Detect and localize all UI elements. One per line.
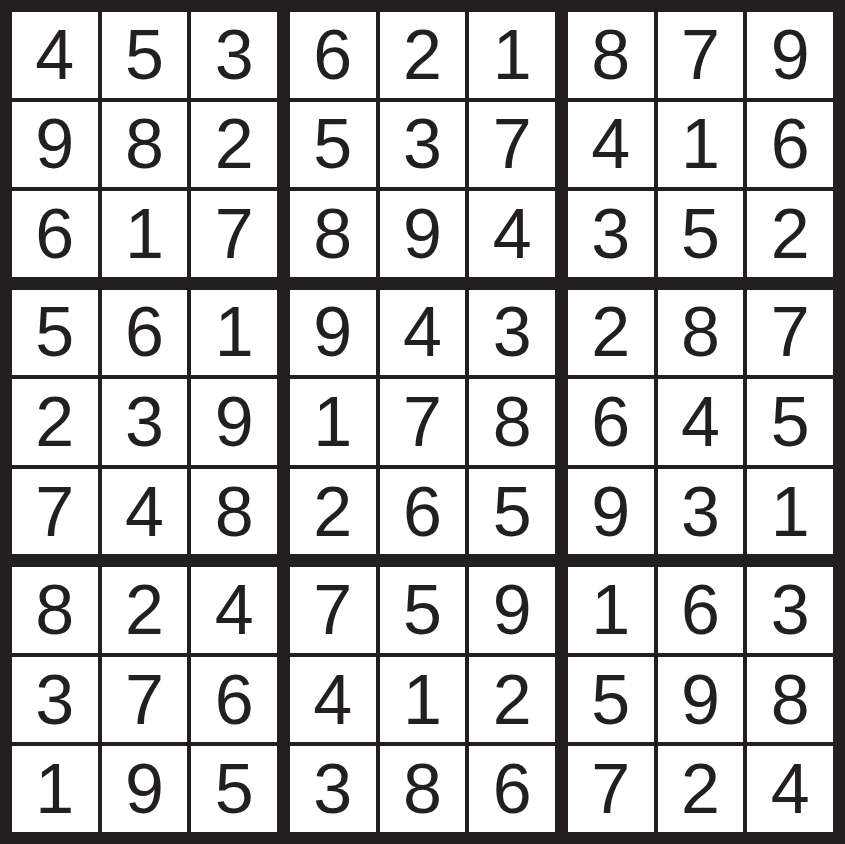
sudoku-cell-r5c3[interactable]: 9	[191, 379, 277, 465]
sudoku-cell-r3c5[interactable]: 9	[380, 191, 466, 277]
sudoku-cell-r3c4[interactable]: 8	[290, 191, 376, 277]
sudoku-cell-r2c1[interactable]: 9	[12, 102, 98, 188]
sudoku-cell-r8c5[interactable]: 1	[380, 657, 466, 743]
sudoku-cell-r7c5[interactable]: 5	[380, 567, 466, 653]
sudoku-cell-r9c4[interactable]: 3	[290, 746, 376, 832]
sudoku-cell-r3c2[interactable]: 1	[102, 191, 188, 277]
sudoku-cell-r2c4[interactable]: 5	[290, 102, 376, 188]
sudoku-cell-r1c8[interactable]: 7	[658, 12, 744, 98]
sudoku-cell-r4c6[interactable]: 3	[469, 290, 555, 376]
sudoku-cell-r2c8[interactable]: 1	[658, 102, 744, 188]
sudoku-cell-r4c4[interactable]: 9	[290, 290, 376, 376]
sudoku-cell-r9c3[interactable]: 5	[191, 746, 277, 832]
sudoku-cell-r2c2[interactable]: 8	[102, 102, 188, 188]
sudoku-cell-r6c2[interactable]: 4	[102, 469, 188, 555]
sudoku-cell-r2c3[interactable]: 2	[191, 102, 277, 188]
sudoku-cell-r5c4[interactable]: 1	[290, 379, 376, 465]
sudoku-cell-r1c2[interactable]: 5	[102, 12, 188, 98]
sudoku-cell-r4c8[interactable]: 8	[658, 290, 744, 376]
sudoku-cell-r2c9[interactable]: 6	[747, 102, 833, 188]
sudoku-cell-r4c2[interactable]: 6	[102, 290, 188, 376]
sudoku-cell-r4c1[interactable]: 5	[12, 290, 98, 376]
sudoku-cell-r7c1[interactable]: 8	[12, 567, 98, 653]
sudoku-cell-r9c5[interactable]: 8	[380, 746, 466, 832]
sudoku-cell-r5c9[interactable]: 5	[747, 379, 833, 465]
sudoku-cell-r9c2[interactable]: 9	[102, 746, 188, 832]
sudoku-cell-r8c1[interactable]: 3	[12, 657, 98, 743]
sudoku-cell-r8c6[interactable]: 2	[469, 657, 555, 743]
sudoku-cell-r6c7[interactable]: 9	[568, 469, 654, 555]
sudoku-cell-r1c9[interactable]: 9	[747, 12, 833, 98]
sudoku-cell-r9c1[interactable]: 1	[12, 746, 98, 832]
sudoku-cell-r7c2[interactable]: 2	[102, 567, 188, 653]
sudoku-cell-r7c7[interactable]: 1	[568, 567, 654, 653]
sudoku-cell-r6c6[interactable]: 5	[469, 469, 555, 555]
sudoku-cell-r4c7[interactable]: 2	[568, 290, 654, 376]
sudoku-cell-r2c7[interactable]: 4	[568, 102, 654, 188]
sudoku-cell-r4c5[interactable]: 4	[380, 290, 466, 376]
sudoku-puzzle: 4536218799825374166178943525619432872391…	[0, 0, 845, 844]
sudoku-cell-r5c2[interactable]: 3	[102, 379, 188, 465]
sudoku-cell-r8c4[interactable]: 4	[290, 657, 376, 743]
sudoku-cell-r3c3[interactable]: 7	[191, 191, 277, 277]
sudoku-cell-r7c3[interactable]: 4	[191, 567, 277, 653]
sudoku-cell-r6c3[interactable]: 8	[191, 469, 277, 555]
sudoku-cell-r3c7[interactable]: 3	[568, 191, 654, 277]
sudoku-cell-r8c7[interactable]: 5	[568, 657, 654, 743]
sudoku-cell-r6c1[interactable]: 7	[12, 469, 98, 555]
sudoku-cell-r1c4[interactable]: 6	[290, 12, 376, 98]
sudoku-cell-r5c7[interactable]: 6	[568, 379, 654, 465]
sudoku-cell-r8c2[interactable]: 7	[102, 657, 188, 743]
sudoku-cell-r9c8[interactable]: 2	[658, 746, 744, 832]
sudoku-cell-r5c1[interactable]: 2	[12, 379, 98, 465]
sudoku-cell-r1c7[interactable]: 8	[568, 12, 654, 98]
sudoku-cell-r3c1[interactable]: 6	[12, 191, 98, 277]
sudoku-cell-r1c6[interactable]: 1	[469, 12, 555, 98]
sudoku-cell-r7c4[interactable]: 7	[290, 567, 376, 653]
sudoku-cell-r8c8[interactable]: 9	[658, 657, 744, 743]
sudoku-cell-r2c6[interactable]: 7	[469, 102, 555, 188]
sudoku-cell-r9c6[interactable]: 6	[469, 746, 555, 832]
sudoku-cell-r3c6[interactable]: 4	[469, 191, 555, 277]
sudoku-cell-r3c9[interactable]: 2	[747, 191, 833, 277]
sudoku-cell-r9c7[interactable]: 7	[568, 746, 654, 832]
sudoku-cell-r7c8[interactable]: 6	[658, 567, 744, 653]
sudoku-cell-r5c6[interactable]: 8	[469, 379, 555, 465]
sudoku-cell-r8c3[interactable]: 6	[191, 657, 277, 743]
sudoku-cell-r7c9[interactable]: 3	[747, 567, 833, 653]
sudoku-cell-r5c8[interactable]: 4	[658, 379, 744, 465]
sudoku-cell-r6c8[interactable]: 3	[658, 469, 744, 555]
sudoku-cell-r5c5[interactable]: 7	[380, 379, 466, 465]
sudoku-cell-r4c9[interactable]: 7	[747, 290, 833, 376]
sudoku-cell-r8c9[interactable]: 8	[747, 657, 833, 743]
sudoku-cell-r2c5[interactable]: 3	[380, 102, 466, 188]
sudoku-cell-r6c4[interactable]: 2	[290, 469, 376, 555]
sudoku-cell-r6c9[interactable]: 1	[747, 469, 833, 555]
sudoku-cell-r4c3[interactable]: 1	[191, 290, 277, 376]
sudoku-cell-r1c1[interactable]: 4	[12, 12, 98, 98]
sudoku-cell-r1c5[interactable]: 2	[380, 12, 466, 98]
sudoku-cell-r7c6[interactable]: 9	[469, 567, 555, 653]
sudoku-cell-r9c9[interactable]: 4	[747, 746, 833, 832]
sudoku-board: 4536218799825374166178943525619432872391…	[0, 0, 845, 844]
sudoku-cell-r3c8[interactable]: 5	[658, 191, 744, 277]
sudoku-cell-r6c5[interactable]: 6	[380, 469, 466, 555]
sudoku-cell-r1c3[interactable]: 3	[191, 12, 277, 98]
